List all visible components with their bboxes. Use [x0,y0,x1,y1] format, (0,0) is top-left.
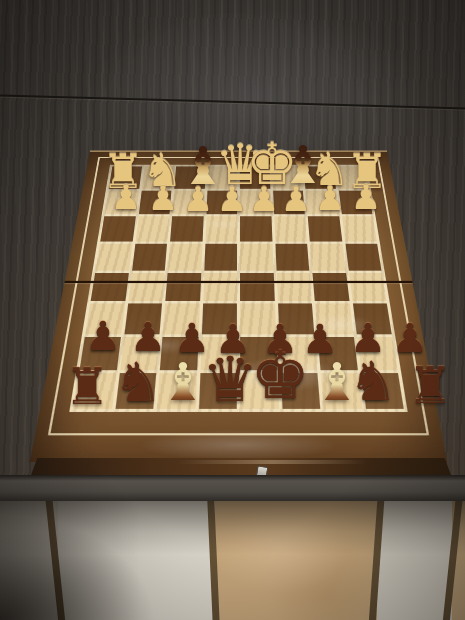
vignette [0,0,465,620]
photo-scene: ♜♞♝♛♚♝♞♜♟♟♟♟♟♟♟♟♟♟♟♟♟♟♟♟♜♞♝♛♚♝♞♜ [0,0,465,620]
